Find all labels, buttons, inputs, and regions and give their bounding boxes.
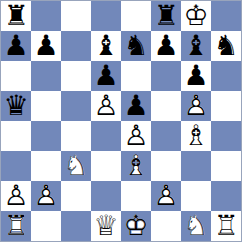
square-c1[interactable] xyxy=(61,211,91,241)
square-b2[interactable]: ♟♙ xyxy=(31,181,61,211)
white-knight-icon: ♞ xyxy=(61,151,91,181)
square-h5[interactable] xyxy=(211,91,241,121)
square-c5[interactable] xyxy=(61,91,91,121)
square-d1[interactable]: ♛♕ xyxy=(91,211,121,241)
white-pawn-icon: ♙ xyxy=(121,121,151,151)
white-knight-icon: ♘ xyxy=(61,151,91,181)
black-pawn-icon: ♟ xyxy=(181,61,211,91)
chess-board: ♜♜♚♔♟♟♝♞♟♝♞♟♟♛♟♙♟♟♙♟♙♝♗♞♘♝♗♟♙♟♙♟♙♜♖♛♕♚♔♞… xyxy=(0,0,242,242)
white-rook-icon: ♜ xyxy=(1,211,31,241)
square-b3[interactable] xyxy=(31,151,61,181)
piece-black-bishop[interactable]: ♝ xyxy=(181,31,211,61)
piece-black-queen[interactable]: ♛ xyxy=(1,91,31,121)
square-d8[interactable] xyxy=(91,1,121,31)
piece-black-rook[interactable]: ♜ xyxy=(1,1,31,31)
white-pawn-icon: ♟ xyxy=(1,181,31,211)
square-a8[interactable]: ♜ xyxy=(1,1,31,31)
square-c3[interactable]: ♞♘ xyxy=(61,151,91,181)
white-pawn-icon: ♟ xyxy=(31,181,61,211)
square-h1[interactable]: ♜♖ xyxy=(211,211,241,241)
black-rook-icon: ♜ xyxy=(151,1,181,31)
square-g1[interactable]: ♞♘ xyxy=(181,211,211,241)
black-bishop-icon: ♝ xyxy=(181,31,211,61)
square-a1[interactable]: ♜♖ xyxy=(1,211,31,241)
piece-black-pawn[interactable]: ♟ xyxy=(31,31,61,61)
square-b8[interactable] xyxy=(31,1,61,31)
piece-black-knight[interactable]: ♞ xyxy=(121,31,151,61)
square-g8[interactable]: ♚♔ xyxy=(181,1,211,31)
square-e5[interactable]: ♟ xyxy=(121,91,151,121)
square-f2[interactable]: ♟♙ xyxy=(151,181,181,211)
piece-black-pawn[interactable]: ♟ xyxy=(181,61,211,91)
square-f4[interactable] xyxy=(151,121,181,151)
piece-black-pawn[interactable]: ♟ xyxy=(91,61,121,91)
square-h8[interactable] xyxy=(211,1,241,31)
square-b5[interactable] xyxy=(31,91,61,121)
white-rook-icon: ♖ xyxy=(1,211,31,241)
black-pawn-icon: ♟ xyxy=(151,31,181,61)
piece-white-knight[interactable]: ♞♘ xyxy=(181,211,211,241)
piece-white-knight[interactable]: ♞♘ xyxy=(61,151,91,181)
piece-black-pawn[interactable]: ♟ xyxy=(151,31,181,61)
white-rook-icon: ♜ xyxy=(211,211,241,241)
white-knight-icon: ♘ xyxy=(181,211,211,241)
white-pawn-icon: ♙ xyxy=(151,181,181,211)
square-c7[interactable] xyxy=(61,31,91,61)
piece-white-rook[interactable]: ♜♖ xyxy=(1,211,31,241)
square-c2[interactable] xyxy=(61,181,91,211)
square-f1[interactable] xyxy=(151,211,181,241)
square-a6[interactable] xyxy=(1,61,31,91)
square-e1[interactable]: ♚♔ xyxy=(121,211,151,241)
black-king-icon: ♔ xyxy=(181,1,211,31)
white-pawn-icon: ♙ xyxy=(181,91,211,121)
black-king-icon: ♚ xyxy=(181,1,211,31)
square-d3[interactable] xyxy=(91,151,121,181)
piece-black-pawn[interactable]: ♟ xyxy=(1,31,31,61)
square-g4[interactable]: ♝♗ xyxy=(181,121,211,151)
black-pawn-icon: ♟ xyxy=(31,31,61,61)
square-h2[interactable] xyxy=(211,181,241,211)
white-pawn-icon: ♙ xyxy=(1,181,31,211)
square-g6[interactable]: ♟ xyxy=(181,61,211,91)
square-f3[interactable] xyxy=(151,151,181,181)
square-h6[interactable] xyxy=(211,61,241,91)
black-rook-icon: ♜ xyxy=(1,1,31,31)
white-bishop-icon: ♝ xyxy=(181,121,211,151)
white-pawn-icon: ♙ xyxy=(31,181,61,211)
piece-white-pawn[interactable]: ♟♙ xyxy=(151,181,181,211)
white-knight-icon: ♞ xyxy=(181,211,211,241)
white-pawn-icon: ♙ xyxy=(91,91,121,121)
piece-black-knight[interactable]: ♞ xyxy=(211,31,241,61)
square-e6[interactable] xyxy=(121,61,151,91)
piece-black-pawn[interactable]: ♟ xyxy=(121,91,151,121)
black-pawn-icon: ♟ xyxy=(1,31,31,61)
piece-white-rook[interactable]: ♜♖ xyxy=(211,211,241,241)
square-b6[interactable] xyxy=(31,61,61,91)
piece-white-pawn[interactable]: ♟♙ xyxy=(31,181,61,211)
square-b7[interactable]: ♟ xyxy=(31,31,61,61)
square-e4[interactable]: ♟♙ xyxy=(121,121,151,151)
square-b4[interactable] xyxy=(31,121,61,151)
square-e2[interactable] xyxy=(121,181,151,211)
black-knight-icon: ♞ xyxy=(121,31,151,61)
square-f7[interactable]: ♟ xyxy=(151,31,181,61)
square-d4[interactable] xyxy=(91,121,121,151)
square-g7[interactable]: ♝ xyxy=(181,31,211,61)
square-d7[interactable]: ♝ xyxy=(91,31,121,61)
piece-white-king[interactable]: ♚♔ xyxy=(121,211,151,241)
square-c4[interactable] xyxy=(61,121,91,151)
square-e7[interactable]: ♞ xyxy=(121,31,151,61)
piece-white-pawn[interactable]: ♟♙ xyxy=(1,181,31,211)
piece-white-bishop[interactable]: ♝♗ xyxy=(121,151,151,181)
white-bishop-icon: ♝ xyxy=(121,151,151,181)
square-d2[interactable] xyxy=(91,181,121,211)
square-e3[interactable]: ♝♗ xyxy=(121,151,151,181)
black-queen-icon: ♛ xyxy=(1,91,31,121)
square-h7[interactable]: ♞ xyxy=(211,31,241,61)
square-f8[interactable]: ♜ xyxy=(151,1,181,31)
square-d5[interactable]: ♟♙ xyxy=(91,91,121,121)
square-g3[interactable] xyxy=(181,151,211,181)
white-queen-icon: ♕ xyxy=(91,211,121,241)
square-d6[interactable]: ♟ xyxy=(91,61,121,91)
white-rook-icon: ♖ xyxy=(211,211,241,241)
square-b1[interactable] xyxy=(31,211,61,241)
square-f5[interactable] xyxy=(151,91,181,121)
piece-black-king[interactable]: ♚♔ xyxy=(181,1,211,31)
square-h3[interactable] xyxy=(211,151,241,181)
black-pawn-icon: ♟ xyxy=(91,61,121,91)
square-a2[interactable]: ♟♙ xyxy=(1,181,31,211)
square-h4[interactable] xyxy=(211,121,241,151)
white-king-icon: ♚ xyxy=(121,211,151,241)
black-bishop-icon: ♝ xyxy=(91,31,121,61)
white-pawn-icon: ♟ xyxy=(121,121,151,151)
piece-black-rook[interactable]: ♜ xyxy=(151,1,181,31)
white-king-icon: ♔ xyxy=(121,211,151,241)
black-knight-icon: ♞ xyxy=(211,31,241,61)
white-bishop-icon: ♗ xyxy=(121,151,151,181)
white-pawn-icon: ♟ xyxy=(91,91,121,121)
square-a4[interactable] xyxy=(1,121,31,151)
square-c8[interactable] xyxy=(61,1,91,31)
square-g2[interactable] xyxy=(181,181,211,211)
piece-white-pawn[interactable]: ♟♙ xyxy=(181,91,211,121)
white-pawn-icon: ♟ xyxy=(151,181,181,211)
square-c6[interactable] xyxy=(61,61,91,91)
square-e8[interactable] xyxy=(121,1,151,31)
piece-black-bishop[interactable]: ♝ xyxy=(91,31,121,61)
white-queen-icon: ♛ xyxy=(91,211,121,241)
square-f6[interactable] xyxy=(151,61,181,91)
piece-white-bishop[interactable]: ♝♗ xyxy=(181,121,211,151)
square-g5[interactable]: ♟♙ xyxy=(181,91,211,121)
piece-white-pawn[interactable]: ♟♙ xyxy=(121,121,151,151)
white-bishop-icon: ♗ xyxy=(181,121,211,151)
black-pawn-icon: ♟ xyxy=(121,91,151,121)
piece-white-queen[interactable]: ♛♕ xyxy=(91,211,121,241)
piece-white-pawn[interactable]: ♟♙ xyxy=(91,91,121,121)
square-a3[interactable] xyxy=(1,151,31,181)
square-a5[interactable]: ♛ xyxy=(1,91,31,121)
white-pawn-icon: ♟ xyxy=(181,91,211,121)
square-a7[interactable]: ♟ xyxy=(1,31,31,61)
